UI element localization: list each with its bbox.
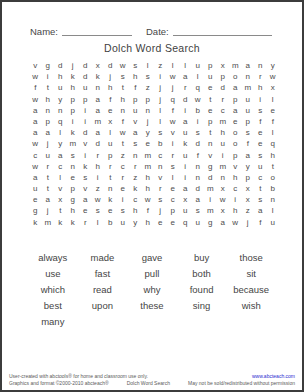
word-item: those bbox=[226, 250, 276, 266]
grid-cell: x bbox=[92, 60, 105, 71]
grid-cell: r bbox=[154, 183, 167, 194]
grid-cell: h bbox=[217, 127, 230, 138]
grid-cell: u bbox=[242, 105, 255, 116]
grid-cell: u bbox=[104, 138, 117, 149]
grid-cell: h bbox=[229, 205, 242, 216]
grid-cell: t bbox=[54, 205, 67, 216]
grid-cell: a bbox=[54, 150, 67, 161]
grid-cell: v bbox=[79, 138, 92, 149]
grid-cell: q bbox=[179, 217, 192, 228]
grid-cell: f bbox=[117, 116, 130, 127]
grid-cell: a bbox=[179, 116, 192, 127]
grid-cell: d bbox=[104, 60, 117, 71]
word-item: why bbox=[127, 282, 177, 298]
grid-cell: h bbox=[117, 94, 130, 105]
grid-cell: w bbox=[217, 194, 230, 205]
grid-cell: h bbox=[67, 205, 80, 216]
grid-cell: v bbox=[167, 127, 180, 138]
grid-cell: w bbox=[29, 94, 42, 105]
grid-cell: l bbox=[54, 127, 67, 138]
grid-cell: v bbox=[229, 161, 242, 172]
grid-cell: y bbox=[242, 161, 255, 172]
grid-cell: l bbox=[154, 116, 167, 127]
grid-cell: y bbox=[54, 138, 67, 149]
grid-cell: u bbox=[42, 150, 55, 161]
grid-cell: g bbox=[204, 217, 217, 228]
grid-cell: w bbox=[267, 71, 280, 82]
grid-cell: y bbox=[54, 94, 67, 105]
grid-cell: o bbox=[229, 127, 242, 138]
footer-website-link[interactable]: www.abcteach.com bbox=[252, 373, 295, 380]
grid-cell: w bbox=[142, 194, 155, 205]
grid-cell: s bbox=[67, 150, 80, 161]
grid-cell: f bbox=[104, 94, 117, 105]
grid-cell: r bbox=[117, 172, 130, 183]
grid-cell: u bbox=[204, 71, 217, 82]
grid-cell: l bbox=[167, 60, 180, 71]
grid-cell: l bbox=[142, 60, 155, 71]
grid-cell: s bbox=[117, 205, 130, 216]
grid-cell: g bbox=[67, 194, 80, 205]
grid-cell: i bbox=[154, 71, 167, 82]
grid-cell: n bbox=[42, 105, 55, 116]
grid-cell: l bbox=[192, 71, 205, 82]
grid-cell: p bbox=[42, 116, 55, 127]
grid-cell: a bbox=[42, 127, 55, 138]
grid-cell: e bbox=[204, 82, 217, 93]
word-list: always made gave buy those use fast pull… bbox=[28, 250, 276, 330]
page-title: Dolch Word Search bbox=[2, 42, 302, 54]
grid-cell: w bbox=[229, 217, 242, 228]
grid-cell: v bbox=[129, 116, 142, 127]
grid-cell: a bbox=[179, 183, 192, 194]
grid-cell: p bbox=[167, 205, 180, 216]
grid-cell: e bbox=[267, 105, 280, 116]
grid-cell: h bbox=[104, 82, 117, 93]
grid-cell: s bbox=[254, 194, 267, 205]
grid-cell: w bbox=[29, 161, 42, 172]
grid-cell: x bbox=[217, 60, 230, 71]
grid-cell: k bbox=[54, 217, 67, 228]
grid-cell: u bbox=[79, 82, 92, 93]
word-list-row: many bbox=[28, 314, 276, 330]
word-list-row: always made gave buy those bbox=[28, 250, 276, 266]
grid-cell: p bbox=[129, 94, 142, 105]
grid-cell: f bbox=[192, 150, 205, 161]
grid-cell: s bbox=[154, 127, 167, 138]
grid-cell: a bbox=[92, 105, 105, 116]
grid-cell: l bbox=[267, 205, 280, 216]
grid-cell: a bbox=[92, 94, 105, 105]
grid-cell: e bbox=[104, 205, 117, 216]
grid-cell: b bbox=[154, 138, 167, 149]
name-date-row: Name: Date: bbox=[30, 26, 272, 37]
grid-cell: c bbox=[29, 150, 42, 161]
grid-cell: d bbox=[217, 82, 230, 93]
grid-cell: u bbox=[192, 217, 205, 228]
grid-cell: a bbox=[229, 105, 242, 116]
grid-cell: s bbox=[167, 161, 180, 172]
grid-cell: u bbox=[179, 127, 192, 138]
grid-cell: s bbox=[242, 127, 255, 138]
grid-cell: k bbox=[92, 71, 105, 82]
grid-cell: d bbox=[79, 60, 92, 71]
grid-cell: t bbox=[42, 183, 55, 194]
grid-cell: s bbox=[129, 138, 142, 149]
grid-cell: j bbox=[104, 71, 117, 82]
grid-cell: h bbox=[67, 82, 80, 93]
grid-cell: p bbox=[242, 116, 255, 127]
grid-cell: t bbox=[42, 172, 55, 183]
footer-line-1: User-created with abctools® for home and… bbox=[9, 373, 295, 380]
grid-cell: n bbox=[142, 105, 155, 116]
word-item: both bbox=[177, 266, 227, 282]
grid-cell: t bbox=[104, 172, 117, 183]
word-item: read bbox=[78, 282, 128, 298]
grid-cell: f bbox=[254, 217, 267, 228]
grid-cell: s bbox=[117, 71, 130, 82]
grid-cell: z bbox=[154, 60, 167, 71]
grid-cell: y bbox=[129, 217, 142, 228]
grid-cell: w bbox=[29, 138, 42, 149]
grid-cell: e bbox=[229, 116, 242, 127]
grid-cell: h bbox=[254, 82, 267, 93]
grid-cell: f bbox=[29, 82, 42, 93]
grid-cell: a bbox=[42, 194, 55, 205]
grid-cell: n bbox=[129, 150, 142, 161]
grid-cell: e bbox=[29, 194, 42, 205]
grid-cell: i bbox=[229, 194, 242, 205]
grid-cell: m bbox=[204, 205, 217, 216]
grid-cell: c bbox=[154, 150, 167, 161]
grid-cell: p bbox=[142, 94, 155, 105]
grid-cell: p bbox=[217, 71, 230, 82]
grid-cell: c bbox=[129, 194, 142, 205]
grid-cell: i bbox=[192, 116, 205, 127]
grid-cell: i bbox=[92, 172, 105, 183]
grid-cell: y bbox=[142, 127, 155, 138]
grid-cell: e bbox=[167, 217, 180, 228]
grid-cell: f bbox=[129, 82, 142, 93]
grid-cell: j bbox=[142, 116, 155, 127]
grid-cell: u bbox=[117, 217, 130, 228]
word-item bbox=[127, 314, 177, 330]
grid-cell: s bbox=[142, 71, 155, 82]
grid-cell: u bbox=[179, 150, 192, 161]
grid-cell: p bbox=[79, 94, 92, 105]
grid-cell: h bbox=[229, 172, 242, 183]
word-item: always bbox=[28, 250, 78, 266]
grid-cell: u bbox=[179, 205, 192, 216]
grid-cell: d bbox=[192, 138, 205, 149]
grid-cell: m bbox=[142, 161, 155, 172]
grid-cell: s bbox=[129, 60, 142, 71]
word-item: buy bbox=[177, 250, 227, 266]
grid-cell: m bbox=[42, 217, 55, 228]
footer-rights-note: May not be sold/redistributed without pe… bbox=[188, 380, 295, 387]
grid-cell: k bbox=[67, 127, 80, 138]
grid-cell: h bbox=[54, 71, 67, 82]
word-item: best bbox=[28, 298, 78, 314]
word-item: made bbox=[78, 250, 128, 266]
grid-cell: w bbox=[92, 194, 105, 205]
grid-cell: u bbox=[192, 60, 205, 71]
grid-cell: s bbox=[92, 205, 105, 216]
grid-cell: c bbox=[167, 194, 180, 205]
grid-cell: v bbox=[79, 183, 92, 194]
grid-cell: x bbox=[179, 194, 192, 205]
grid-cell: c bbox=[229, 183, 242, 194]
grid-cell: r bbox=[79, 217, 92, 228]
grid-cell: q bbox=[54, 116, 67, 127]
grid-cell: n bbox=[217, 172, 230, 183]
grid-cell: a bbox=[254, 205, 267, 216]
grid-cell: b bbox=[267, 183, 280, 194]
grid-cell: m bbox=[217, 161, 230, 172]
grid-cell: i bbox=[217, 150, 230, 161]
grid-cell: v bbox=[29, 60, 42, 71]
grid-cell: z bbox=[129, 172, 142, 183]
grid-cell: n bbox=[267, 194, 280, 205]
grid-cell: l bbox=[54, 172, 67, 183]
word-list-row: best upon these sing wish bbox=[28, 298, 276, 314]
grid-cell: j bbox=[167, 82, 180, 93]
grid-cell: s bbox=[79, 172, 92, 183]
grid-cell: d bbox=[79, 71, 92, 82]
grid-cell: v bbox=[54, 183, 67, 194]
grid-cell: e bbox=[79, 205, 92, 216]
grid-cell: n bbox=[54, 105, 67, 116]
date-label: Date: bbox=[146, 26, 169, 37]
grid-cell: w bbox=[29, 71, 42, 82]
word-item: found bbox=[177, 282, 227, 298]
word-item bbox=[78, 314, 128, 330]
word-item: because bbox=[226, 282, 276, 298]
grid-cell: m bbox=[92, 116, 105, 127]
grid-cell: b bbox=[192, 105, 205, 116]
grid-cell: h bbox=[129, 71, 142, 82]
grid-cell: q bbox=[192, 82, 205, 93]
grid-cell: k bbox=[79, 161, 92, 172]
word-item: sit bbox=[226, 266, 276, 282]
word-item: many bbox=[28, 314, 78, 330]
word-item: which bbox=[28, 282, 78, 298]
grid-cell: k bbox=[129, 183, 142, 194]
grid-cell: l bbox=[267, 94, 280, 105]
grid-cell: k bbox=[67, 71, 80, 82]
grid-cell: a bbox=[179, 71, 192, 82]
footer-usage-note: User-created with abctools® for home and… bbox=[9, 373, 148, 380]
letter-grid: vgdjdxdwslzllupxmanywihkdkjshsiwaluponrw… bbox=[29, 60, 279, 228]
grid-cell: n bbox=[254, 60, 267, 71]
grid-cell: g bbox=[29, 205, 42, 216]
grid-cell: a bbox=[229, 82, 242, 93]
grid-cell: e bbox=[67, 172, 80, 183]
grid-cell: z bbox=[117, 150, 130, 161]
grid-cell: a bbox=[29, 127, 42, 138]
grid-cell: p bbox=[204, 60, 217, 71]
grid-cell: k bbox=[67, 217, 80, 228]
grid-cell: r bbox=[129, 161, 142, 172]
grid-cell: c bbox=[254, 172, 267, 183]
grid-cell: x bbox=[242, 183, 255, 194]
grid-cell: q bbox=[167, 94, 180, 105]
grid-cell: c bbox=[54, 161, 67, 172]
grid-cell: x bbox=[242, 194, 255, 205]
grid-cell: i bbox=[179, 161, 192, 172]
grid-cell: e bbox=[104, 105, 117, 116]
grid-cell: j bbox=[154, 94, 167, 105]
grid-cell: a bbox=[29, 116, 42, 127]
grid-cell: p bbox=[242, 172, 255, 183]
grid-cell: h bbox=[42, 94, 55, 105]
grid-cell: o bbox=[229, 71, 242, 82]
grid-cell: h bbox=[92, 161, 105, 172]
grid-cell: d bbox=[192, 183, 205, 194]
grid-cell: i bbox=[67, 116, 80, 127]
footer: User-created with abctools® for home and… bbox=[9, 373, 295, 387]
footer-doc-title: Dolch Word Search bbox=[127, 380, 170, 387]
grid-cell: a bbox=[242, 60, 255, 71]
grid-cell: l bbox=[267, 127, 280, 138]
word-item: upon bbox=[78, 298, 128, 314]
grid-cell: e bbox=[117, 183, 130, 194]
grid-cell: x bbox=[217, 205, 230, 216]
word-item: sing bbox=[177, 298, 227, 314]
grid-cell: s bbox=[254, 105, 267, 116]
grid-cell: s bbox=[192, 205, 205, 216]
grid-cell: u bbox=[267, 217, 280, 228]
grid-cell: q bbox=[267, 138, 280, 149]
grid-cell: i bbox=[167, 138, 180, 149]
grid-cell: i bbox=[204, 194, 217, 205]
grid-cell: u bbox=[254, 161, 267, 172]
grid-cell: k bbox=[179, 138, 192, 149]
grid-cell: p bbox=[229, 150, 242, 161]
grid-cell: o bbox=[229, 138, 242, 149]
grid-cell: c bbox=[117, 161, 130, 172]
grid-cell: a bbox=[29, 172, 42, 183]
word-item: wish bbox=[226, 298, 276, 314]
grid-cell: v bbox=[204, 150, 217, 161]
grid-cell: h bbox=[267, 150, 280, 161]
grid-cell: f bbox=[242, 138, 255, 149]
grid-cell: h bbox=[129, 205, 142, 216]
grid-cell: t bbox=[267, 161, 280, 172]
grid-cell: n bbox=[192, 172, 205, 183]
grid-cell: z bbox=[242, 205, 255, 216]
grid-cell: p bbox=[229, 94, 242, 105]
grid-cell: a bbox=[192, 194, 205, 205]
name-label: Name: bbox=[30, 26, 58, 37]
grid-cell: g bbox=[204, 161, 217, 172]
grid-cell: s bbox=[154, 194, 167, 205]
grid-cell: r bbox=[254, 71, 267, 82]
grid-cell: c bbox=[217, 105, 230, 116]
grid-cell: j bbox=[67, 60, 80, 71]
grid-cell: u bbox=[129, 105, 142, 116]
grid-cell: p bbox=[67, 183, 80, 194]
grid-cell: i bbox=[179, 172, 192, 183]
grid-cell: e bbox=[154, 217, 167, 228]
grid-cell: a bbox=[29, 105, 42, 116]
grid-cell: d bbox=[204, 172, 217, 183]
word-list-row: use fast pull both sit bbox=[28, 266, 276, 282]
word-item bbox=[177, 314, 227, 330]
date-blank-line bbox=[173, 26, 272, 36]
grid-cell: w bbox=[167, 71, 180, 82]
grid-cell: n bbox=[117, 105, 130, 116]
grid-cell: u bbox=[29, 183, 42, 194]
grid-cell: j bbox=[154, 205, 167, 216]
grid-cell: t bbox=[204, 127, 217, 138]
word-item bbox=[226, 314, 276, 330]
name-blank-line bbox=[62, 26, 132, 36]
grid-cell: x bbox=[217, 183, 230, 194]
grid-cell: d bbox=[92, 138, 105, 149]
grid-cell: l bbox=[154, 105, 167, 116]
grid-cell: a bbox=[217, 217, 230, 228]
grid-cell: r bbox=[179, 82, 192, 93]
grid-cell: g bbox=[42, 60, 55, 71]
grid-cell: n bbox=[67, 161, 80, 172]
grid-cell: j bbox=[42, 138, 55, 149]
grid-cell: k bbox=[104, 194, 117, 205]
grid-cell: l bbox=[104, 127, 117, 138]
grid-cell: e bbox=[254, 138, 267, 149]
grid-cell: i bbox=[254, 94, 267, 105]
grid-cell: j bbox=[42, 205, 55, 216]
grid-cell: e bbox=[167, 183, 180, 194]
grid-cell: x bbox=[104, 116, 117, 127]
grid-cell: t bbox=[254, 183, 267, 194]
grid-cell: p bbox=[67, 94, 80, 105]
grid-cell: m bbox=[142, 150, 155, 161]
grid-cell: t bbox=[117, 82, 130, 93]
footer-copyright: Graphics and format ©2000-2010 abcteach® bbox=[9, 380, 109, 387]
grid-cell: t bbox=[204, 94, 217, 105]
grid-cell: t bbox=[42, 82, 55, 93]
grid-cell: e bbox=[142, 138, 155, 149]
grid-cell: i bbox=[79, 116, 92, 127]
grid-cell: n bbox=[104, 183, 117, 194]
grid-cell: x bbox=[267, 82, 280, 93]
grid-cell: e bbox=[204, 105, 217, 116]
footer-line-2: Graphics and format ©2000-2010 abcteach®… bbox=[9, 380, 295, 387]
grid-cell: i bbox=[117, 194, 130, 205]
grid-cell: l bbox=[167, 172, 180, 183]
grid-cell: f bbox=[254, 116, 267, 127]
grid-cell: n bbox=[192, 161, 205, 172]
grid-cell: a bbox=[129, 127, 142, 138]
grid-cell: e bbox=[254, 127, 267, 138]
grid-cell: u bbox=[242, 94, 255, 105]
grid-cell: i bbox=[79, 105, 92, 116]
grid-cell: z bbox=[142, 82, 155, 93]
grid-cell: l bbox=[92, 217, 105, 228]
grid-cell: r bbox=[104, 161, 117, 172]
grid-cell: d bbox=[54, 60, 67, 71]
grid-cell: r bbox=[217, 94, 230, 105]
grid-cell: r bbox=[92, 150, 105, 161]
grid-cell: y bbox=[267, 60, 280, 71]
grid-cell: a bbox=[79, 194, 92, 205]
word-list-row: which read why found because bbox=[28, 282, 276, 298]
grid-cell: w bbox=[167, 116, 180, 127]
grid-cell: n bbox=[242, 71, 255, 82]
grid-cell: d bbox=[179, 94, 192, 105]
grid-cell: h bbox=[142, 183, 155, 194]
